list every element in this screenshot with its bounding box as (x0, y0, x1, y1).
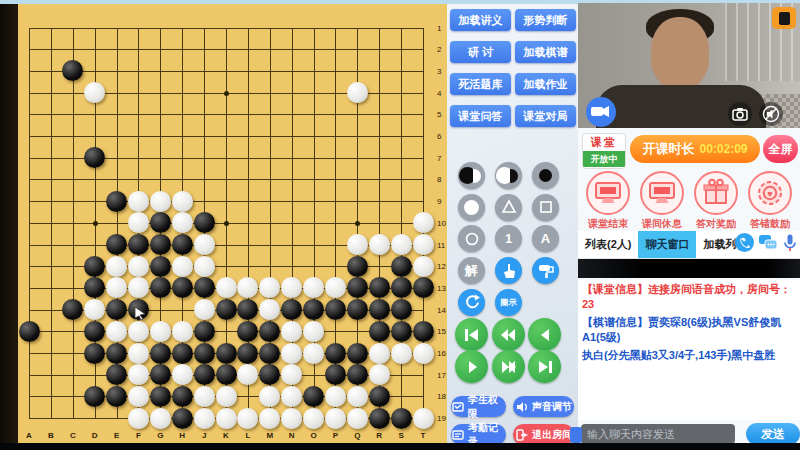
答错鼓励-button[interactable]: ♥答错鼓励 (744, 171, 796, 231)
step-back-button[interactable] (528, 318, 561, 351)
black-stone (150, 277, 171, 298)
square-mark-button[interactable] (532, 194, 559, 221)
monitor-icon (586, 171, 630, 215)
pill-label: 声音调节 (532, 400, 572, 414)
black-stone (391, 277, 412, 298)
play-forward-button[interactable] (455, 350, 488, 383)
class-open-status: 开放中 (583, 151, 625, 167)
black-stone (216, 364, 237, 385)
coord-letter: R (376, 431, 382, 440)
black-stone (369, 299, 390, 320)
black-stone (413, 277, 434, 298)
white-stone (128, 386, 149, 407)
coord-number: 2 (437, 45, 441, 54)
black-stone (369, 277, 390, 298)
white-stone (194, 299, 215, 320)
tab-1[interactable]: 列表(2人) (578, 231, 638, 258)
speaker-icon (515, 400, 529, 414)
coord-letter: S (398, 431, 403, 440)
left-edge (0, 4, 18, 444)
black-stone (194, 277, 215, 298)
coord-number: 16 (437, 349, 446, 358)
black-stone (237, 299, 258, 320)
coord-number: 8 (437, 175, 441, 184)
black-stone (369, 321, 390, 342)
white-stone (325, 408, 346, 429)
black-stone (194, 364, 215, 385)
coord-letter: M (266, 431, 273, 440)
white-stone (281, 408, 302, 429)
声音调节-button[interactable]: 声音调节 (513, 396, 574, 417)
control-panel: 加载讲义形势判断研 讨加载棋谱死活题库加载作业课堂问答课堂对局 1A解圈示 学生… (447, 4, 578, 443)
black-stone (347, 364, 368, 385)
black-stone-button[interactable] (532, 162, 559, 189)
chat-message-3: 执白(分先黑贴3又3/4子,143手)黑中盘胜 (578, 346, 800, 364)
white-stone (172, 191, 193, 212)
white-stone (281, 343, 302, 364)
black-stone (84, 386, 105, 407)
mouse-cursor-icon (134, 306, 148, 320)
white-stone (106, 256, 127, 277)
coord-letter: D (92, 431, 98, 440)
circle-show-button[interactable]: 圈示 (495, 289, 522, 316)
snapshot-camera-icon[interactable] (728, 102, 752, 126)
white-stone (413, 256, 434, 277)
white-stone (128, 212, 149, 233)
black-stone (391, 321, 412, 342)
black-stone (216, 299, 237, 320)
go-board[interactable]: ABCDEFGHJKLMNOPQRST123456789101112131415… (18, 4, 447, 443)
black-stone (172, 408, 193, 429)
white-stone (259, 408, 280, 429)
number-mark-button[interactable]: 1 (495, 225, 522, 252)
black-stone (347, 299, 368, 320)
coord-letter: E (114, 431, 119, 440)
white-stone (128, 277, 149, 298)
lecture-button-1[interactable]: 加载讲义 (450, 9, 511, 31)
white-stone (172, 256, 193, 277)
black-stone (150, 386, 171, 407)
coord-number: 14 (437, 305, 446, 314)
black-stone (172, 234, 193, 255)
black-stone (172, 277, 193, 298)
coord-number: 11 (437, 240, 445, 249)
white-stone (150, 321, 171, 342)
学生权限-button[interactable]: 学生权限 (451, 396, 506, 417)
lecture-button-2[interactable]: 形势判断 (515, 9, 576, 31)
black-stone (106, 386, 127, 407)
gift-icon (694, 171, 738, 215)
coord-letter: F (136, 431, 141, 440)
action-label: 答错鼓励 (744, 217, 796, 231)
white-stone (369, 234, 390, 255)
black-stone (62, 60, 83, 81)
black-stone (347, 256, 368, 277)
white-stone (303, 343, 324, 364)
white-stone (216, 408, 237, 429)
coord-letter: L (245, 431, 250, 440)
black-stone (150, 343, 171, 364)
coord-number: 7 (437, 153, 441, 162)
chat-input[interactable] (581, 424, 735, 444)
star-point (224, 221, 229, 226)
white-stone (237, 277, 258, 298)
white-stone (281, 364, 302, 385)
white-stone (194, 408, 215, 429)
coord-letter: O (310, 431, 316, 440)
coord-letter: Q (354, 431, 360, 440)
white-stone (281, 321, 302, 342)
white-stone (347, 408, 368, 429)
black-stone (216, 343, 237, 364)
考勤记录-button[interactable]: 考勤记录 (451, 424, 506, 445)
tab-bar-icons (735, 233, 798, 252)
black-stone (84, 343, 105, 364)
battery-badge-icon[interactable] (772, 7, 796, 29)
white-stone (259, 386, 280, 407)
black-stone (106, 364, 127, 385)
white-stone (237, 364, 258, 385)
white-stone (194, 234, 215, 255)
white-stone (259, 277, 280, 298)
white-stone (128, 408, 149, 429)
refresh-button[interactable] (458, 289, 485, 316)
black-stone (194, 321, 215, 342)
white-stone (281, 386, 302, 407)
white-stone (237, 408, 258, 429)
white-stone (259, 299, 280, 320)
black-stone (84, 321, 105, 342)
answer-button[interactable]: 解 (458, 257, 485, 284)
black-stone (194, 212, 215, 233)
class-open-badge: 课堂 开放中 (582, 133, 626, 169)
rewind-button[interactable] (492, 318, 525, 351)
coord-letter: B (48, 431, 54, 440)
white-stone (303, 408, 324, 429)
white-stone (84, 82, 105, 103)
coord-number: 6 (437, 132, 441, 141)
coord-number: 9 (437, 197, 441, 206)
action-label: 答对奖励 (690, 217, 742, 231)
partial-button[interactable] (570, 427, 582, 443)
coord-number: 19 (437, 414, 446, 423)
fast-forward-button[interactable] (492, 350, 525, 383)
class-badge-title: 课堂 (583, 134, 625, 151)
collapsed-list-bar[interactable] (578, 259, 800, 278)
star-point (93, 221, 98, 226)
white-stone (325, 277, 346, 298)
black-stone (259, 343, 280, 364)
coord-letter: C (70, 431, 76, 440)
black-stone (106, 191, 127, 212)
medal-icon: ♥ (748, 171, 792, 215)
microphone-icon[interactable] (782, 233, 798, 252)
white-stone (194, 256, 215, 277)
black-stone (325, 364, 346, 385)
duration-label: 开课时长 (642, 140, 694, 158)
black-stone (106, 299, 127, 320)
black-stone (259, 321, 280, 342)
white-stone (128, 343, 149, 364)
chat-messages: 【课堂信息】连接房间语音成功，房间号：23【棋谱信息】贾奕琛8(6级)执黑VS舒… (578, 280, 800, 420)
white-stone (150, 191, 171, 212)
black-stone (150, 256, 171, 277)
black-stone (347, 343, 368, 364)
hand-pointer-button[interactable] (495, 257, 522, 284)
white-stone (150, 408, 171, 429)
black-stone (237, 343, 258, 364)
coord-letter: G (157, 431, 163, 440)
black-stone (172, 386, 193, 407)
black-stone (391, 299, 412, 320)
monitor-icon (640, 171, 684, 215)
black-stone (413, 321, 434, 342)
pill-label: 学生权限 (468, 393, 506, 421)
duration-time: 00:02:09 (699, 142, 747, 156)
white-stone (194, 386, 215, 407)
white-stone (128, 256, 149, 277)
bottom-edge (0, 443, 800, 450)
black-stone (128, 234, 149, 255)
white-stone-toggle-button[interactable] (495, 162, 522, 189)
white-stone (303, 277, 324, 298)
white-stone (369, 364, 390, 385)
teacher-video (578, 3, 800, 128)
black-stone (62, 299, 83, 320)
video-camera-icon[interactable] (586, 97, 616, 127)
svg-text:♥: ♥ (767, 189, 772, 199)
paint-roller-button[interactable] (532, 257, 559, 284)
black-stone-toggle-button[interactable] (458, 162, 485, 189)
coord-number: 5 (437, 110, 441, 119)
coord-letter: H (179, 431, 185, 440)
triangle-mark-button[interactable] (495, 194, 522, 221)
white-stone (128, 321, 149, 342)
teacher-face (651, 17, 709, 89)
black-stone (237, 321, 258, 342)
coord-letter: A (26, 431, 32, 440)
exit-icon (515, 428, 529, 442)
white-stone (391, 234, 412, 255)
coord-number: 15 (437, 327, 446, 336)
black-stone (369, 408, 390, 429)
lecture-button-4[interactable]: 加载棋谱 (515, 41, 576, 63)
black-stone (281, 299, 302, 320)
black-stone (84, 256, 105, 277)
chat-message-2: 【棋谱信息】贾奕琛8(6级)执黑VS舒俊凯A1(5级) (578, 313, 800, 346)
lecture-button-8[interactable]: 课堂对局 (515, 105, 576, 127)
coord-letter: K (223, 431, 229, 440)
black-stone (194, 343, 215, 364)
lecture-button-5[interactable]: 死活题库 (450, 73, 511, 95)
white-stone (391, 343, 412, 364)
circle-mark-button[interactable] (458, 225, 485, 252)
black-stone (106, 234, 127, 255)
coord-number: 17 (437, 370, 446, 379)
star-point (224, 91, 229, 96)
coord-number: 12 (437, 262, 446, 271)
black-stone (369, 386, 390, 407)
coord-number: 18 (437, 392, 446, 401)
white-stone (84, 299, 105, 320)
white-stone (413, 408, 434, 429)
black-stone (150, 364, 171, 385)
class-duration: 开课时长 00:02:09 (630, 135, 760, 163)
action-label: 课堂结束 (582, 217, 634, 231)
black-stone (347, 277, 368, 298)
black-stone (325, 299, 346, 320)
white-stone (347, 234, 368, 255)
permission-icon (451, 400, 465, 414)
coord-number: 4 (437, 88, 441, 97)
fullscreen-button[interactable]: 全屏 (763, 135, 798, 163)
white-stone (106, 277, 127, 298)
white-stone (106, 321, 127, 342)
white-stone (281, 277, 302, 298)
action-label: 课间休息 (636, 217, 688, 231)
white-stone (347, 82, 368, 103)
white-stone (216, 386, 237, 407)
phone-icon[interactable] (735, 233, 754, 252)
white-stone (303, 321, 324, 342)
white-stone (128, 191, 149, 212)
课间休息-button[interactable]: 课间休息 (636, 171, 688, 231)
tab-2[interactable]: 聊天窗口 (638, 231, 696, 258)
black-stone (19, 321, 40, 342)
black-stone (325, 343, 346, 364)
退出房间-button[interactable]: 退出房间 (513, 424, 574, 445)
skip-start-button[interactable] (455, 318, 488, 351)
send-button[interactable]: 发送 (746, 423, 800, 445)
coord-number: 13 (437, 283, 446, 292)
coord-letter: P (333, 431, 338, 440)
coord-letter: J (202, 431, 206, 440)
pill-label: 退出房间 (532, 428, 572, 442)
black-stone (259, 364, 280, 385)
答对奖励-button[interactable]: 答对奖励 (690, 171, 742, 231)
right-panel: 课堂 开放中 开课时长 00:02:09 全屏 课堂结束课间休息答对奖励♥答错鼓… (578, 3, 800, 443)
white-stone (369, 343, 390, 364)
skip-end-button[interactable] (528, 350, 561, 383)
attendance-icon (451, 428, 465, 442)
chat-message-1: 【课堂信息】连接房间语音成功，房间号：23 (578, 280, 800, 313)
black-stone (150, 212, 171, 233)
star-point (355, 221, 360, 226)
lecture-button-7[interactable]: 课堂问答 (450, 105, 511, 127)
black-stone (303, 386, 324, 407)
white-stone (172, 212, 193, 233)
coord-letter: T (421, 431, 426, 440)
black-stone (391, 408, 412, 429)
white-stone (128, 364, 149, 385)
coord-letter: N (289, 431, 295, 440)
letter-mark-button[interactable]: A (532, 225, 559, 252)
lecture-button-3[interactable]: 研 讨 (450, 41, 511, 63)
black-stone (303, 299, 324, 320)
课堂结束-button[interactable]: 课堂结束 (582, 171, 634, 231)
black-stone (84, 147, 105, 168)
white-stone (172, 364, 193, 385)
chat-bubbles-icon[interactable] (758, 233, 778, 252)
black-stone (391, 256, 412, 277)
black-stone (172, 343, 193, 364)
white-stone-button[interactable] (458, 194, 485, 221)
coord-number: 3 (437, 66, 441, 75)
white-stone (325, 386, 346, 407)
white-stone (347, 386, 368, 407)
mute-speaker-icon[interactable] (759, 102, 783, 126)
coord-number: 1 (437, 23, 441, 32)
white-stone (413, 343, 434, 364)
white-stone (413, 234, 434, 255)
white-stone (216, 277, 237, 298)
app-window: ABCDEFGHJKLMNOPQRST123456789101112131415… (0, 0, 800, 450)
lecture-button-6[interactable]: 加载作业 (515, 73, 576, 95)
black-stone (84, 277, 105, 298)
white-stone (172, 321, 193, 342)
black-stone (106, 343, 127, 364)
black-stone (150, 234, 171, 255)
white-stone (413, 212, 434, 233)
coord-number: 10 (437, 218, 446, 227)
